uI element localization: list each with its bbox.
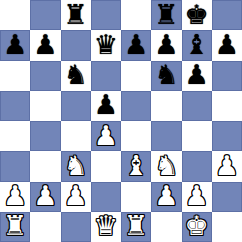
square-h3[interactable]: ♟ [212,151,242,181]
square-g8[interactable]: ♚ [182,0,212,30]
square-e6[interactable] [121,61,151,91]
piece-black-rook[interactable]: ♜ [64,1,88,28]
piece-black-pawn[interactable]: ♟ [215,31,239,58]
square-d4[interactable]: ♟ [91,121,121,151]
square-c6[interactable]: ♞ [61,61,91,91]
square-g2[interactable]: ♟ [182,182,212,212]
square-a1[interactable]: ♜ [0,212,30,242]
square-d7[interactable]: ♛ [91,30,121,60]
square-b5[interactable] [30,91,60,121]
square-f4[interactable] [151,121,181,151]
square-c4[interactable] [61,121,91,151]
piece-white-bishop[interactable]: ♝ [124,152,148,179]
square-d2[interactable] [91,182,121,212]
square-h5[interactable] [212,91,242,121]
square-f2[interactable]: ♟ [151,182,181,212]
square-c3[interactable]: ♞ [61,151,91,181]
piece-white-pawn[interactable]: ♟ [215,152,239,179]
square-d1[interactable]: ♛ [91,212,121,242]
square-g3[interactable] [182,151,212,181]
piece-black-pawn[interactable]: ♟ [33,31,57,58]
square-f5[interactable] [151,91,181,121]
piece-black-pawn[interactable]: ♟ [94,91,118,118]
square-c2[interactable]: ♟ [61,182,91,212]
square-a4[interactable] [0,121,30,151]
piece-white-rook[interactable]: ♜ [3,212,27,239]
piece-white-pawn[interactable]: ♟ [185,182,209,209]
square-h8[interactable] [212,0,242,30]
piece-white-pawn[interactable]: ♟ [154,182,178,209]
square-h4[interactable] [212,121,242,151]
piece-black-knight[interactable]: ♞ [64,61,88,88]
square-e8[interactable] [121,0,151,30]
square-e5[interactable] [121,91,151,121]
piece-white-knight[interactable]: ♞ [64,152,88,179]
square-d6[interactable] [91,61,121,91]
square-f7[interactable]: ♟ [151,30,181,60]
piece-white-knight[interactable]: ♞ [154,152,178,179]
square-e3[interactable]: ♝ [121,151,151,181]
square-c8[interactable]: ♜ [61,0,91,30]
square-h1[interactable] [212,212,242,242]
square-c5[interactable] [61,91,91,121]
square-a5[interactable] [0,91,30,121]
square-c7[interactable] [61,30,91,60]
piece-black-pawn[interactable]: ♟ [154,31,178,58]
square-g1[interactable]: ♚ [182,212,212,242]
chess-board: ♜♜♚♟♟♛♟♟♝♟♞♞♟♟♟♞♝♞♟♟♟♟♟♟♜♛♜♚ [0,0,242,242]
square-b7[interactable]: ♟ [30,30,60,60]
square-c1[interactable] [61,212,91,242]
square-h6[interactable] [212,61,242,91]
piece-black-knight[interactable]: ♞ [154,61,178,88]
square-d8[interactable] [91,0,121,30]
square-b8[interactable] [30,0,60,30]
square-e2[interactable] [121,182,151,212]
piece-white-pawn[interactable]: ♟ [33,182,57,209]
square-a6[interactable] [0,61,30,91]
square-f3[interactable]: ♞ [151,151,181,181]
square-d5[interactable]: ♟ [91,91,121,121]
square-f6[interactable]: ♞ [151,61,181,91]
square-a3[interactable] [0,151,30,181]
square-b4[interactable] [30,121,60,151]
square-g4[interactable] [182,121,212,151]
piece-black-pawn[interactable]: ♟ [185,61,209,88]
piece-black-king[interactable]: ♚ [185,1,209,28]
square-a7[interactable]: ♟ [0,30,30,60]
square-e7[interactable]: ♟ [121,30,151,60]
piece-black-rook[interactable]: ♜ [154,1,178,28]
square-a8[interactable] [0,0,30,30]
square-e1[interactable]: ♜ [121,212,151,242]
square-h7[interactable]: ♟ [212,30,242,60]
square-g7[interactable]: ♝ [182,30,212,60]
square-g6[interactable]: ♟ [182,61,212,91]
piece-white-king[interactable]: ♚ [185,212,209,239]
piece-black-queen[interactable]: ♛ [94,31,118,58]
square-h2[interactable] [212,182,242,212]
piece-black-pawn[interactable]: ♟ [124,31,148,58]
piece-black-pawn[interactable]: ♟ [3,31,27,58]
square-b1[interactable] [30,212,60,242]
square-b3[interactable] [30,151,60,181]
square-f1[interactable] [151,212,181,242]
piece-white-pawn[interactable]: ♟ [64,182,88,209]
square-e4[interactable] [121,121,151,151]
piece-white-rook[interactable]: ♜ [124,212,148,239]
square-a2[interactable]: ♟ [0,182,30,212]
square-g5[interactable] [182,91,212,121]
piece-white-queen[interactable]: ♛ [94,212,118,239]
piece-white-pawn[interactable]: ♟ [3,182,27,209]
square-d3[interactable] [91,151,121,181]
square-b2[interactable]: ♟ [30,182,60,212]
piece-black-bishop[interactable]: ♝ [185,31,209,58]
piece-white-pawn[interactable]: ♟ [94,122,118,149]
square-f8[interactable]: ♜ [151,0,181,30]
square-b6[interactable] [30,61,60,91]
